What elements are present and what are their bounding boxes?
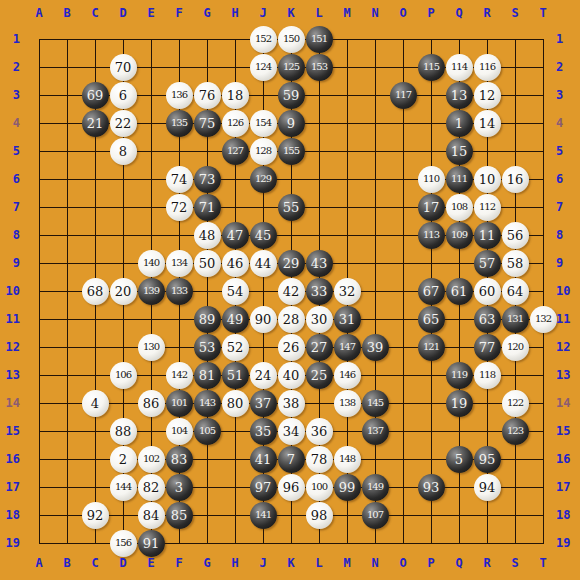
- intersection-q1[interactable]: [445, 25, 473, 53]
- white-stone-l16[interactable]: 78: [306, 446, 333, 473]
- intersection-s16[interactable]: [501, 445, 529, 473]
- intersection-o10[interactable]: [389, 277, 417, 305]
- intersection-b4[interactable]: [53, 109, 81, 137]
- intersection-c17[interactable]: [81, 473, 109, 501]
- black-stone-c3[interactable]: 69: [82, 82, 109, 109]
- black-stone-p12[interactable]: 121: [418, 334, 445, 361]
- white-stone-e18[interactable]: 84: [138, 502, 165, 529]
- intersection-f17[interactable]: 3: [165, 473, 193, 501]
- intersection-g17[interactable]: [193, 473, 221, 501]
- black-stone-n14[interactable]: 145: [362, 390, 389, 417]
- intersection-c16[interactable]: [81, 445, 109, 473]
- black-stone-q14[interactable]: 19: [446, 390, 473, 417]
- intersection-r7[interactable]: 112: [473, 193, 501, 221]
- intersection-k18[interactable]: [277, 501, 305, 529]
- intersection-o15[interactable]: [389, 417, 417, 445]
- intersection-j5[interactable]: 128: [249, 137, 277, 165]
- intersection-s9[interactable]: 58: [501, 249, 529, 277]
- intersection-j9[interactable]: 44: [249, 249, 277, 277]
- black-stone-r8[interactable]: 11: [474, 222, 501, 249]
- intersection-m11[interactable]: 31: [333, 305, 361, 333]
- intersection-o17[interactable]: [389, 473, 417, 501]
- intersection-r4[interactable]: 14: [473, 109, 501, 137]
- black-stone-k9[interactable]: 29: [278, 250, 305, 277]
- intersection-s3[interactable]: [501, 81, 529, 109]
- intersection-a16[interactable]: [25, 445, 53, 473]
- white-stone-k10[interactable]: 42: [278, 278, 305, 305]
- intersection-b3[interactable]: [53, 81, 81, 109]
- intersection-f13[interactable]: 142: [165, 361, 193, 389]
- intersection-p14[interactable]: [417, 389, 445, 417]
- white-stone-e14[interactable]: 86: [138, 390, 165, 417]
- intersection-f3[interactable]: 136: [165, 81, 193, 109]
- intersection-m2[interactable]: [333, 53, 361, 81]
- intersection-e14[interactable]: 86: [137, 389, 165, 417]
- white-stone-d3[interactable]: 6: [110, 82, 137, 109]
- white-stone-m10[interactable]: 32: [334, 278, 361, 305]
- intersection-p4[interactable]: [417, 109, 445, 137]
- white-stone-c14[interactable]: 4: [82, 390, 109, 417]
- white-stone-h12[interactable]: 52: [222, 334, 249, 361]
- white-stone-f6[interactable]: 74: [166, 166, 193, 193]
- intersection-h13[interactable]: 51: [221, 361, 249, 389]
- black-stone-j17[interactable]: 97: [250, 474, 277, 501]
- intersection-a1[interactable]: [25, 25, 53, 53]
- white-stone-k11[interactable]: 28: [278, 306, 305, 333]
- intersection-p12[interactable]: 121: [417, 333, 445, 361]
- intersection-c3[interactable]: 69: [81, 81, 109, 109]
- black-stone-r11[interactable]: 63: [474, 306, 501, 333]
- intersection-g1[interactable]: [193, 25, 221, 53]
- black-stone-q16[interactable]: 5: [446, 446, 473, 473]
- intersection-s15[interactable]: 123: [501, 417, 529, 445]
- black-stone-l9[interactable]: 43: [306, 250, 333, 277]
- intersection-e11[interactable]: [137, 305, 165, 333]
- intersection-c4[interactable]: 21: [81, 109, 109, 137]
- intersection-o13[interactable]: [389, 361, 417, 389]
- white-stone-k14[interactable]: 38: [278, 390, 305, 417]
- intersection-r9[interactable]: 57: [473, 249, 501, 277]
- intersection-e10[interactable]: 139: [137, 277, 165, 305]
- intersection-n5[interactable]: [361, 137, 389, 165]
- intersection-h9[interactable]: 46: [221, 249, 249, 277]
- black-stone-g4[interactable]: 75: [194, 110, 221, 137]
- intersection-c13[interactable]: [81, 361, 109, 389]
- black-stone-r16[interactable]: 95: [474, 446, 501, 473]
- intersection-l16[interactable]: 78: [305, 445, 333, 473]
- intersection-m10[interactable]: 32: [333, 277, 361, 305]
- intersection-g16[interactable]: [193, 445, 221, 473]
- black-stone-h13[interactable]: 51: [222, 362, 249, 389]
- black-stone-l12[interactable]: 27: [306, 334, 333, 361]
- black-stone-l10[interactable]: 33: [306, 278, 333, 305]
- intersection-e9[interactable]: 140: [137, 249, 165, 277]
- black-stone-k7[interactable]: 55: [278, 194, 305, 221]
- intersection-r15[interactable]: [473, 417, 501, 445]
- intersection-a2[interactable]: [25, 53, 53, 81]
- intersection-l10[interactable]: 33: [305, 277, 333, 305]
- intersection-d10[interactable]: 20: [109, 277, 137, 305]
- intersection-c7[interactable]: [81, 193, 109, 221]
- intersection-d6[interactable]: [109, 165, 137, 193]
- intersection-q6[interactable]: 111: [445, 165, 473, 193]
- black-stone-p8[interactable]: 113: [418, 222, 445, 249]
- intersection-a13[interactable]: [25, 361, 53, 389]
- intersection-e1[interactable]: [137, 25, 165, 53]
- white-stone-d2[interactable]: 70: [110, 54, 137, 81]
- intersection-e6[interactable]: [137, 165, 165, 193]
- intersection-a9[interactable]: [25, 249, 53, 277]
- intersection-e8[interactable]: [137, 221, 165, 249]
- intersection-g11[interactable]: 89: [193, 305, 221, 333]
- intersection-j15[interactable]: 35: [249, 417, 277, 445]
- intersection-r18[interactable]: [473, 501, 501, 529]
- intersection-p7[interactable]: 17: [417, 193, 445, 221]
- intersection-f1[interactable]: [165, 25, 193, 53]
- intersection-b18[interactable]: [53, 501, 81, 529]
- intersection-g5[interactable]: [193, 137, 221, 165]
- intersection-k13[interactable]: 40: [277, 361, 305, 389]
- intersection-n18[interactable]: 107: [361, 501, 389, 529]
- black-stone-k5[interactable]: 155: [278, 138, 305, 165]
- intersection-o2[interactable]: [389, 53, 417, 81]
- intersection-m1[interactable]: [333, 25, 361, 53]
- intersection-f14[interactable]: 101: [165, 389, 193, 417]
- intersection-s2[interactable]: [501, 53, 529, 81]
- black-stone-s15[interactable]: 123: [502, 418, 529, 445]
- intersection-f7[interactable]: 72: [165, 193, 193, 221]
- intersection-s17[interactable]: [501, 473, 529, 501]
- intersection-s4[interactable]: [501, 109, 529, 137]
- intersection-g10[interactable]: [193, 277, 221, 305]
- intersection-d18[interactable]: [109, 501, 137, 529]
- white-stone-d4[interactable]: 22: [110, 110, 137, 137]
- white-stone-f9[interactable]: 134: [166, 250, 193, 277]
- intersection-r17[interactable]: 94: [473, 473, 501, 501]
- intersection-e2[interactable]: [137, 53, 165, 81]
- intersection-b8[interactable]: [53, 221, 81, 249]
- black-stone-p17[interactable]: 93: [418, 474, 445, 501]
- white-stone-e16[interactable]: 102: [138, 446, 165, 473]
- intersection-h4[interactable]: 126: [221, 109, 249, 137]
- black-stone-q10[interactable]: 61: [446, 278, 473, 305]
- intersection-p11[interactable]: 65: [417, 305, 445, 333]
- intersection-b17[interactable]: [53, 473, 81, 501]
- intersection-m18[interactable]: [333, 501, 361, 529]
- intersection-l9[interactable]: 43: [305, 249, 333, 277]
- white-stone-s9[interactable]: 58: [502, 250, 529, 277]
- white-stone-q7[interactable]: 108: [446, 194, 473, 221]
- white-stone-r2[interactable]: 116: [474, 54, 501, 81]
- intersection-a11[interactable]: [25, 305, 53, 333]
- intersection-o1[interactable]: [389, 25, 417, 53]
- white-stone-r10[interactable]: 60: [474, 278, 501, 305]
- intersection-a10[interactable]: [25, 277, 53, 305]
- white-stone-r3[interactable]: 12: [474, 82, 501, 109]
- black-stone-j8[interactable]: 45: [250, 222, 277, 249]
- black-stone-j6[interactable]: 129: [250, 166, 277, 193]
- intersection-m17[interactable]: 99: [333, 473, 361, 501]
- black-stone-g6[interactable]: 73: [194, 166, 221, 193]
- intersection-d11[interactable]: [109, 305, 137, 333]
- intersection-r3[interactable]: 12: [473, 81, 501, 109]
- white-stone-s6[interactable]: 16: [502, 166, 529, 193]
- white-stone-h9[interactable]: 46: [222, 250, 249, 277]
- intersection-s13[interactable]: [501, 361, 529, 389]
- white-stone-s14[interactable]: 122: [502, 390, 529, 417]
- white-stone-r7[interactable]: 112: [474, 194, 501, 221]
- black-stone-n15[interactable]: 137: [362, 418, 389, 445]
- intersection-j2[interactable]: 124: [249, 53, 277, 81]
- white-stone-h4[interactable]: 126: [222, 110, 249, 137]
- intersection-p10[interactable]: 67: [417, 277, 445, 305]
- intersection-r16[interactable]: 95: [473, 445, 501, 473]
- intersection-j11[interactable]: 90: [249, 305, 277, 333]
- intersection-r2[interactable]: 116: [473, 53, 501, 81]
- white-stone-l18[interactable]: 98: [306, 502, 333, 529]
- intersection-a5[interactable]: [25, 137, 53, 165]
- intersection-c1[interactable]: [81, 25, 109, 53]
- white-stone-l17[interactable]: 100: [306, 474, 333, 501]
- intersection-f4[interactable]: 135: [165, 109, 193, 137]
- intersection-c2[interactable]: [81, 53, 109, 81]
- intersection-a14[interactable]: [25, 389, 53, 417]
- intersection-r10[interactable]: 60: [473, 277, 501, 305]
- intersection-n17[interactable]: 149: [361, 473, 389, 501]
- intersection-o4[interactable]: [389, 109, 417, 137]
- intersection-o6[interactable]: [389, 165, 417, 193]
- intersection-n1[interactable]: [361, 25, 389, 53]
- black-stone-c4[interactable]: 21: [82, 110, 109, 137]
- intersection-d17[interactable]: 144: [109, 473, 137, 501]
- intersection-l2[interactable]: 153: [305, 53, 333, 81]
- white-stone-f15[interactable]: 104: [166, 418, 193, 445]
- intersection-h6[interactable]: [221, 165, 249, 193]
- intersection-k15[interactable]: 34: [277, 417, 305, 445]
- intersection-g4[interactable]: 75: [193, 109, 221, 137]
- intersection-h1[interactable]: [221, 25, 249, 53]
- intersection-g18[interactable]: [193, 501, 221, 529]
- black-stone-g15[interactable]: 105: [194, 418, 221, 445]
- intersection-d5[interactable]: 8: [109, 137, 137, 165]
- white-stone-c10[interactable]: 68: [82, 278, 109, 305]
- white-stone-q2[interactable]: 114: [446, 54, 473, 81]
- white-stone-e9[interactable]: 140: [138, 250, 165, 277]
- white-stone-e12[interactable]: 130: [138, 334, 165, 361]
- intersection-b9[interactable]: [53, 249, 81, 277]
- intersection-j3[interactable]: [249, 81, 277, 109]
- intersection-d2[interactable]: 70: [109, 53, 137, 81]
- black-stone-k2[interactable]: 125: [278, 54, 305, 81]
- black-stone-j16[interactable]: 41: [250, 446, 277, 473]
- white-stone-d15[interactable]: 88: [110, 418, 137, 445]
- intersection-l14[interactable]: [305, 389, 333, 417]
- intersection-d16[interactable]: 2: [109, 445, 137, 473]
- intersection-d14[interactable]: [109, 389, 137, 417]
- black-stone-e10[interactable]: 139: [138, 278, 165, 305]
- intersection-c14[interactable]: 4: [81, 389, 109, 417]
- white-stone-e17[interactable]: 82: [138, 474, 165, 501]
- white-stone-k1[interactable]: 150: [278, 26, 305, 53]
- black-stone-g7[interactable]: 71: [194, 194, 221, 221]
- intersection-s8[interactable]: 56: [501, 221, 529, 249]
- white-stone-f7[interactable]: 72: [166, 194, 193, 221]
- intersection-b5[interactable]: [53, 137, 81, 165]
- intersection-j10[interactable]: [249, 277, 277, 305]
- white-stone-r6[interactable]: 10: [474, 166, 501, 193]
- white-stone-m13[interactable]: 146: [334, 362, 361, 389]
- intersection-n3[interactable]: [361, 81, 389, 109]
- intersection-m5[interactable]: [333, 137, 361, 165]
- white-stone-j13[interactable]: 24: [250, 362, 277, 389]
- black-stone-p7[interactable]: 17: [418, 194, 445, 221]
- intersection-q12[interactable]: [445, 333, 473, 361]
- intersection-o18[interactable]: [389, 501, 417, 529]
- black-stone-n18[interactable]: 107: [362, 502, 389, 529]
- white-stone-j11[interactable]: 90: [250, 306, 277, 333]
- black-stone-p11[interactable]: 65: [418, 306, 445, 333]
- intersection-q9[interactable]: [445, 249, 473, 277]
- white-stone-d5[interactable]: 8: [110, 138, 137, 165]
- intersection-f9[interactable]: 134: [165, 249, 193, 277]
- black-stone-o3[interactable]: 117: [390, 82, 417, 109]
- intersection-c18[interactable]: 92: [81, 501, 109, 529]
- intersection-g7[interactable]: 71: [193, 193, 221, 221]
- intersection-d9[interactable]: [109, 249, 137, 277]
- intersection-d7[interactable]: [109, 193, 137, 221]
- white-stone-d10[interactable]: 20: [110, 278, 137, 305]
- black-stone-f18[interactable]: 85: [166, 502, 193, 529]
- black-stone-j14[interactable]: 37: [250, 390, 277, 417]
- intersection-e15[interactable]: [137, 417, 165, 445]
- intersection-m16[interactable]: 148: [333, 445, 361, 473]
- intersection-r5[interactable]: [473, 137, 501, 165]
- white-stone-r4[interactable]: 14: [474, 110, 501, 137]
- intersection-q7[interactable]: 108: [445, 193, 473, 221]
- black-stone-m12[interactable]: 147: [334, 334, 361, 361]
- black-stone-f4[interactable]: 135: [166, 110, 193, 137]
- intersection-c11[interactable]: [81, 305, 109, 333]
- black-stone-k4[interactable]: 9: [278, 110, 305, 137]
- black-stone-q3[interactable]: 13: [446, 82, 473, 109]
- intersection-l18[interactable]: 98: [305, 501, 333, 529]
- black-stone-j18[interactable]: 141: [250, 502, 277, 529]
- intersection-h12[interactable]: 52: [221, 333, 249, 361]
- intersection-e3[interactable]: [137, 81, 165, 109]
- intersection-m6[interactable]: [333, 165, 361, 193]
- intersection-k1[interactable]: 150: [277, 25, 305, 53]
- intersection-p6[interactable]: 110: [417, 165, 445, 193]
- intersection-p5[interactable]: [417, 137, 445, 165]
- intersection-q13[interactable]: 119: [445, 361, 473, 389]
- black-stone-q5[interactable]: 15: [446, 138, 473, 165]
- intersection-e4[interactable]: [137, 109, 165, 137]
- black-stone-p2[interactable]: 115: [418, 54, 445, 81]
- white-stone-g9[interactable]: 50: [194, 250, 221, 277]
- black-stone-f14[interactable]: 101: [166, 390, 193, 417]
- intersection-b13[interactable]: [53, 361, 81, 389]
- intersection-l6[interactable]: [305, 165, 333, 193]
- intersection-h15[interactable]: [221, 417, 249, 445]
- intersection-j8[interactable]: 45: [249, 221, 277, 249]
- intersection-d4[interactable]: 22: [109, 109, 137, 137]
- black-stone-h5[interactable]: 127: [222, 138, 249, 165]
- intersection-l15[interactable]: 36: [305, 417, 333, 445]
- intersection-e7[interactable]: [137, 193, 165, 221]
- intersection-p13[interactable]: [417, 361, 445, 389]
- black-stone-q13[interactable]: 119: [446, 362, 473, 389]
- intersection-q3[interactable]: 13: [445, 81, 473, 109]
- intersection-o16[interactable]: [389, 445, 417, 473]
- black-stone-n17[interactable]: 149: [362, 474, 389, 501]
- intersection-d8[interactable]: [109, 221, 137, 249]
- intersection-s14[interactable]: 122: [501, 389, 529, 417]
- intersection-p17[interactable]: 93: [417, 473, 445, 501]
- black-stone-f10[interactable]: 133: [166, 278, 193, 305]
- intersection-g15[interactable]: 105: [193, 417, 221, 445]
- intersection-k3[interactable]: 59: [277, 81, 305, 109]
- white-stone-h10[interactable]: 54: [222, 278, 249, 305]
- intersection-e12[interactable]: 130: [137, 333, 165, 361]
- black-stone-l2[interactable]: 153: [306, 54, 333, 81]
- intersection-b6[interactable]: [53, 165, 81, 193]
- black-stone-f16[interactable]: 83: [166, 446, 193, 473]
- intersection-r11[interactable]: 63: [473, 305, 501, 333]
- intersection-o9[interactable]: [389, 249, 417, 277]
- intersection-p18[interactable]: [417, 501, 445, 529]
- black-stone-m17[interactable]: 99: [334, 474, 361, 501]
- intersection-r1[interactable]: [473, 25, 501, 53]
- intersection-k12[interactable]: 26: [277, 333, 305, 361]
- intersection-k2[interactable]: 125: [277, 53, 305, 81]
- white-stone-r17[interactable]: 94: [474, 474, 501, 501]
- intersection-b10[interactable]: [53, 277, 81, 305]
- intersection-p9[interactable]: [417, 249, 445, 277]
- intersection-l5[interactable]: [305, 137, 333, 165]
- intersection-h8[interactable]: 47: [221, 221, 249, 249]
- intersection-j16[interactable]: 41: [249, 445, 277, 473]
- intersection-r13[interactable]: 118: [473, 361, 501, 389]
- intersection-o12[interactable]: [389, 333, 417, 361]
- intersection-c9[interactable]: [81, 249, 109, 277]
- intersection-m4[interactable]: [333, 109, 361, 137]
- white-stone-j2[interactable]: 124: [250, 54, 277, 81]
- intersection-k16[interactable]: 7: [277, 445, 305, 473]
- intersection-q2[interactable]: 114: [445, 53, 473, 81]
- intersection-l17[interactable]: 100: [305, 473, 333, 501]
- intersection-a3[interactable]: [25, 81, 53, 109]
- black-stone-f17[interactable]: 3: [166, 474, 193, 501]
- intersection-p8[interactable]: 113: [417, 221, 445, 249]
- intersection-b14[interactable]: [53, 389, 81, 417]
- black-stone-g12[interactable]: 53: [194, 334, 221, 361]
- intersection-a12[interactable]: [25, 333, 53, 361]
- white-stone-r13[interactable]: 118: [474, 362, 501, 389]
- black-stone-k16[interactable]: 7: [278, 446, 305, 473]
- intersection-f2[interactable]: [165, 53, 193, 81]
- white-stone-s10[interactable]: 64: [502, 278, 529, 305]
- intersection-c5[interactable]: [81, 137, 109, 165]
- intersection-p16[interactable]: [417, 445, 445, 473]
- intersection-m15[interactable]: [333, 417, 361, 445]
- intersection-q16[interactable]: 5: [445, 445, 473, 473]
- intersection-o8[interactable]: [389, 221, 417, 249]
- intersection-l3[interactable]: [305, 81, 333, 109]
- intersection-m8[interactable]: [333, 221, 361, 249]
- intersection-s18[interactable]: [501, 501, 529, 529]
- intersection-r6[interactable]: 10: [473, 165, 501, 193]
- white-stone-d16[interactable]: 2: [110, 446, 137, 473]
